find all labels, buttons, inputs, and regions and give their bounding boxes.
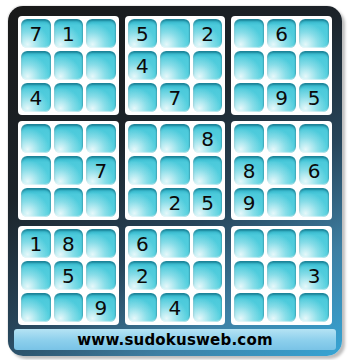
cell-r1c8[interactable]: 6 [267, 19, 297, 48]
cell-digit: 6 [136, 234, 149, 254]
cell-r3c8[interactable]: 9 [267, 83, 297, 112]
cell-r4c2[interactable] [54, 124, 84, 153]
cell-r1c7[interactable] [234, 19, 264, 48]
cell-r1c4[interactable]: 5 [128, 19, 158, 48]
cell-r3c4[interactable] [128, 83, 158, 112]
cell-r3c5[interactable]: 7 [160, 83, 190, 112]
cell-r2c9[interactable] [299, 51, 329, 80]
cell-r2c6[interactable] [193, 51, 223, 80]
cell-digit: 2 [169, 193, 182, 213]
cell-r9c1[interactable] [21, 293, 51, 322]
cell-r5c6[interactable] [193, 156, 223, 185]
cell-r9c3[interactable]: 9 [86, 293, 116, 322]
cell-r4c6[interactable]: 8 [193, 124, 223, 153]
cell-digit: 5 [136, 24, 149, 44]
cell-r8c1[interactable] [21, 261, 51, 290]
cell-r9c4[interactable] [128, 293, 158, 322]
cell-r2c5[interactable] [160, 51, 190, 80]
cell-digit: 8 [62, 234, 75, 254]
cell-r7c2[interactable]: 8 [54, 229, 84, 258]
cell-r3c1[interactable]: 4 [21, 83, 51, 112]
cell-r8c8[interactable] [267, 261, 297, 290]
cell-r1c6[interactable]: 2 [193, 19, 223, 48]
cell-r3c3[interactable] [86, 83, 116, 112]
cell-digit: 5 [62, 266, 75, 286]
cell-r2c1[interactable] [21, 51, 51, 80]
cell-digit: 3 [308, 266, 321, 286]
cell-r5c5[interactable] [160, 156, 190, 185]
cell-r7c4[interactable]: 6 [128, 229, 158, 258]
cell-r8c5[interactable] [160, 261, 190, 290]
cell-r8c2[interactable]: 5 [54, 261, 84, 290]
box-r2c2: 825 [125, 121, 226, 220]
cell-r2c4[interactable]: 4 [128, 51, 158, 80]
cell-r9c8[interactable] [267, 293, 297, 322]
cell-digit: 7 [169, 88, 182, 108]
cell-r6c2[interactable] [54, 188, 84, 217]
cell-digit: 9 [275, 88, 288, 108]
cell-r6c4[interactable] [128, 188, 158, 217]
sudoku-board: 7145247695782586918596243 [18, 16, 332, 325]
cell-r1c2[interactable]: 1 [54, 19, 84, 48]
cell-r9c5[interactable]: 4 [160, 293, 190, 322]
cell-r4c5[interactable] [160, 124, 190, 153]
cell-digit: 5 [201, 193, 214, 213]
cell-r4c1[interactable] [21, 124, 51, 153]
cell-r5c7[interactable]: 8 [234, 156, 264, 185]
cell-r3c6[interactable] [193, 83, 223, 112]
cell-digit: 1 [29, 234, 42, 254]
cell-r8c9[interactable]: 3 [299, 261, 329, 290]
cell-r7c7[interactable] [234, 229, 264, 258]
cell-r2c7[interactable] [234, 51, 264, 80]
cell-r7c6[interactable] [193, 229, 223, 258]
cell-r5c9[interactable]: 6 [299, 156, 329, 185]
footer-link[interactable]: www.sudokusweb.com [77, 331, 272, 349]
cell-digit: 2 [201, 24, 214, 44]
cell-r3c2[interactable] [54, 83, 84, 112]
cell-r5c2[interactable] [54, 156, 84, 185]
cell-r3c9[interactable]: 5 [299, 83, 329, 112]
cell-r3c7[interactable] [234, 83, 264, 112]
cell-r8c4[interactable]: 2 [128, 261, 158, 290]
cell-r4c7[interactable] [234, 124, 264, 153]
cell-r6c9[interactable] [299, 188, 329, 217]
cell-r8c7[interactable] [234, 261, 264, 290]
footer-band[interactable]: www.sudokusweb.com [14, 329, 336, 350]
box-r3c1: 1859 [18, 226, 119, 325]
cell-r7c1[interactable]: 1 [21, 229, 51, 258]
cell-r6c6[interactable]: 5 [193, 188, 223, 217]
box-r1c3: 695 [231, 16, 332, 115]
cell-r5c1[interactable] [21, 156, 51, 185]
cell-r4c8[interactable] [267, 124, 297, 153]
cell-r6c1[interactable] [21, 188, 51, 217]
cell-digit: 4 [29, 88, 42, 108]
cell-r1c3[interactable] [86, 19, 116, 48]
box-r1c2: 5247 [125, 16, 226, 115]
cell-r1c9[interactable] [299, 19, 329, 48]
cell-r1c5[interactable] [160, 19, 190, 48]
cell-r5c3[interactable]: 7 [86, 156, 116, 185]
cell-digit: 9 [95, 298, 108, 318]
cell-r2c2[interactable] [54, 51, 84, 80]
cell-digit: 6 [275, 24, 288, 44]
cell-r4c9[interactable] [299, 124, 329, 153]
cell-r7c3[interactable] [86, 229, 116, 258]
cell-r6c5[interactable]: 2 [160, 188, 190, 217]
cell-r4c4[interactable] [128, 124, 158, 153]
cell-r7c5[interactable] [160, 229, 190, 258]
cell-r9c2[interactable] [54, 293, 84, 322]
cell-digit: 4 [169, 298, 182, 318]
cell-digit: 4 [136, 56, 149, 76]
cell-r9c9[interactable] [299, 293, 329, 322]
box-r3c2: 624 [125, 226, 226, 325]
cell-r6c7[interactable]: 9 [234, 188, 264, 217]
box-r2c1: 7 [18, 121, 119, 220]
cell-r5c8[interactable] [267, 156, 297, 185]
cell-r8c6[interactable] [193, 261, 223, 290]
cell-digit: 5 [308, 88, 321, 108]
cell-digit: 7 [95, 161, 108, 181]
cell-digit: 6 [308, 161, 321, 181]
cell-r7c8[interactable] [267, 229, 297, 258]
cell-r8c3[interactable] [86, 261, 116, 290]
cell-digit: 1 [62, 24, 75, 44]
cell-r9c7[interactable] [234, 293, 264, 322]
cell-digit: 8 [243, 161, 256, 181]
sudoku-plaque: 7145247695782586918596243 www.sudokusweb… [8, 6, 342, 356]
box-r1c1: 714 [18, 16, 119, 115]
cell-r1c1[interactable]: 7 [21, 19, 51, 48]
cell-r9c6[interactable] [193, 293, 223, 322]
cell-digit: 7 [29, 24, 42, 44]
cell-r2c3[interactable] [86, 51, 116, 80]
cell-r5c4[interactable] [128, 156, 158, 185]
cell-r6c3[interactable] [86, 188, 116, 217]
cell-digit: 9 [243, 193, 256, 213]
box-r3c3: 3 [231, 226, 332, 325]
cell-digit: 8 [201, 129, 214, 149]
cell-r4c3[interactable] [86, 124, 116, 153]
cell-digit: 2 [136, 266, 149, 286]
cell-r2c8[interactable] [267, 51, 297, 80]
cell-r6c8[interactable] [267, 188, 297, 217]
box-r2c3: 869 [231, 121, 332, 220]
cell-r7c9[interactable] [299, 229, 329, 258]
